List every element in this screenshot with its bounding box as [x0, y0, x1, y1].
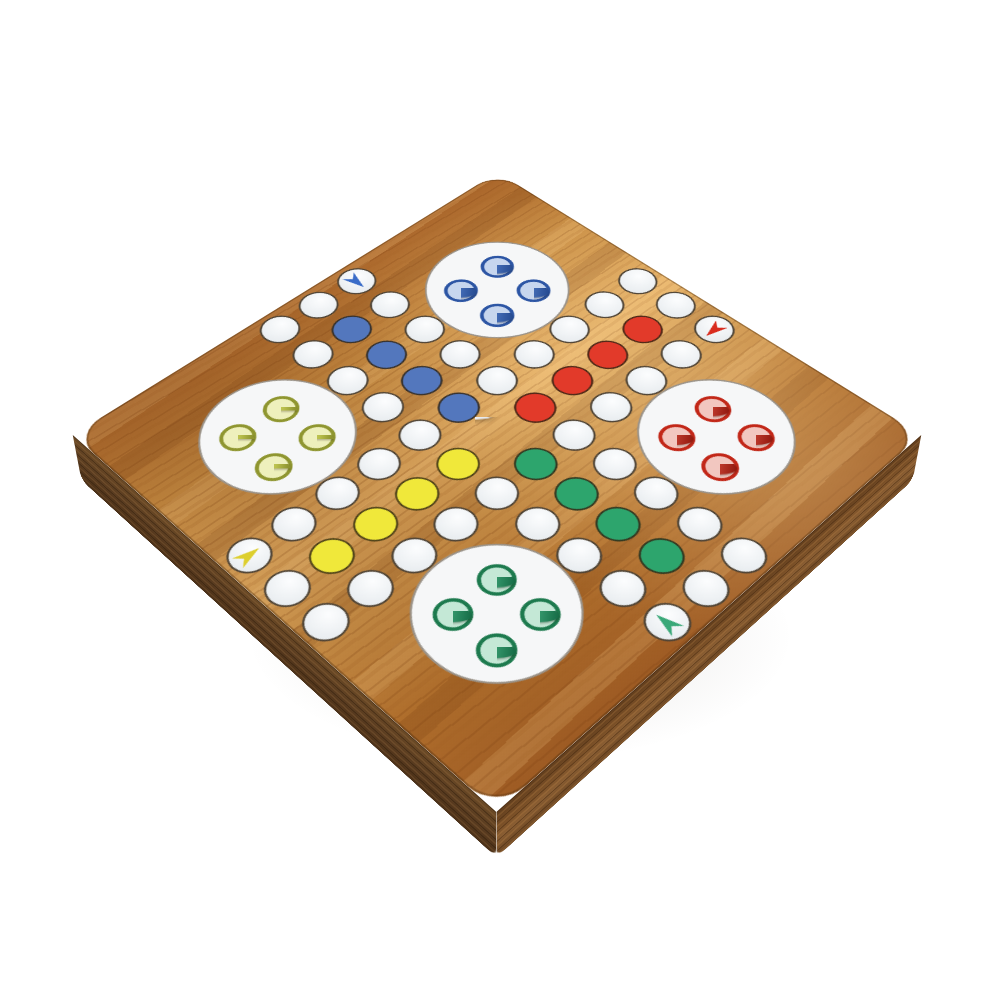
goal-cell-yellow-r8c5 [343, 500, 407, 549]
product-photo [0, 0, 1000, 1000]
start-arrow-green-icon [650, 609, 684, 636]
yard-spot-blue-1 [474, 251, 521, 282]
goal-cell-blue-r5c2 [358, 335, 416, 375]
track-cell-r9c4 [262, 500, 326, 549]
start-arrow-red-icon [700, 320, 728, 340]
scene [0, 0, 1000, 1000]
pawn-red-3[interactable] [703, 413, 738, 474]
start-arrow-blue-icon [342, 272, 369, 290]
goal-cell-green-r5c6 [505, 441, 567, 487]
goal-cell-green-r5c7 [545, 470, 608, 517]
goal-cell-yellow-r6c5 [427, 441, 489, 487]
goal-cell-red-r3c5 [542, 360, 601, 402]
ludo-board [73, 172, 922, 812]
goal-cell-red-r1c5 [614, 310, 671, 349]
goal-cell-red-r4c5 [505, 386, 565, 429]
goal-cell-red-r2c5 [578, 335, 636, 375]
track-cell-r4c8 [625, 470, 688, 517]
track-cell-r6c6 [465, 470, 528, 517]
yard-spot-red-4 [651, 418, 703, 456]
yard-spot-red-2 [730, 418, 782, 456]
track-cell-r8c4 [306, 470, 369, 517]
track-cell-r6c4 [389, 413, 450, 457]
goal-cell-blue-r5c3 [393, 360, 452, 402]
yard-spot-blue-4 [437, 274, 485, 306]
board-top-face [73, 172, 922, 812]
goal-cell-green-r5c8 [587, 500, 651, 549]
start-cell-red [686, 310, 743, 349]
track-cell-r4c6 [544, 413, 605, 457]
track-cell-r6c3 [353, 386, 413, 429]
die-pip [479, 395, 484, 400]
track-cell-r4c1 [362, 286, 418, 324]
track-cell-r6c9 [590, 562, 656, 615]
track-cell-r4c7 [584, 441, 646, 487]
track-cell-r3c4 [505, 335, 563, 375]
track-cell-r9c6 [338, 562, 404, 615]
track-cell-r7c4 [348, 441, 410, 487]
goal-cell-yellow-r9c5 [299, 530, 364, 581]
track-cell-r4c9 [668, 500, 732, 549]
goal-cell-yellow-r7c5 [386, 470, 449, 517]
die-pip [480, 410, 485, 415]
track-cell-r0c4 [610, 263, 665, 300]
goal-cell-green-r5c9 [629, 530, 694, 581]
track-cell-r4c3 [431, 335, 489, 375]
yard-spot-yellow-2 [291, 418, 343, 456]
start-cell-blue [329, 263, 384, 300]
yard-spot-blue-2 [510, 274, 558, 306]
track-cell-r0c5 [647, 286, 703, 324]
track-cell-r1c4 [576, 286, 632, 324]
start-arrow-yellow-icon [232, 543, 265, 568]
track-cell-r3c6 [581, 386, 641, 429]
pawn-green-3[interactable] [478, 590, 516, 657]
goal-cell-blue-r5c1 [324, 310, 381, 349]
yard-spot-blue-3 [473, 298, 522, 331]
